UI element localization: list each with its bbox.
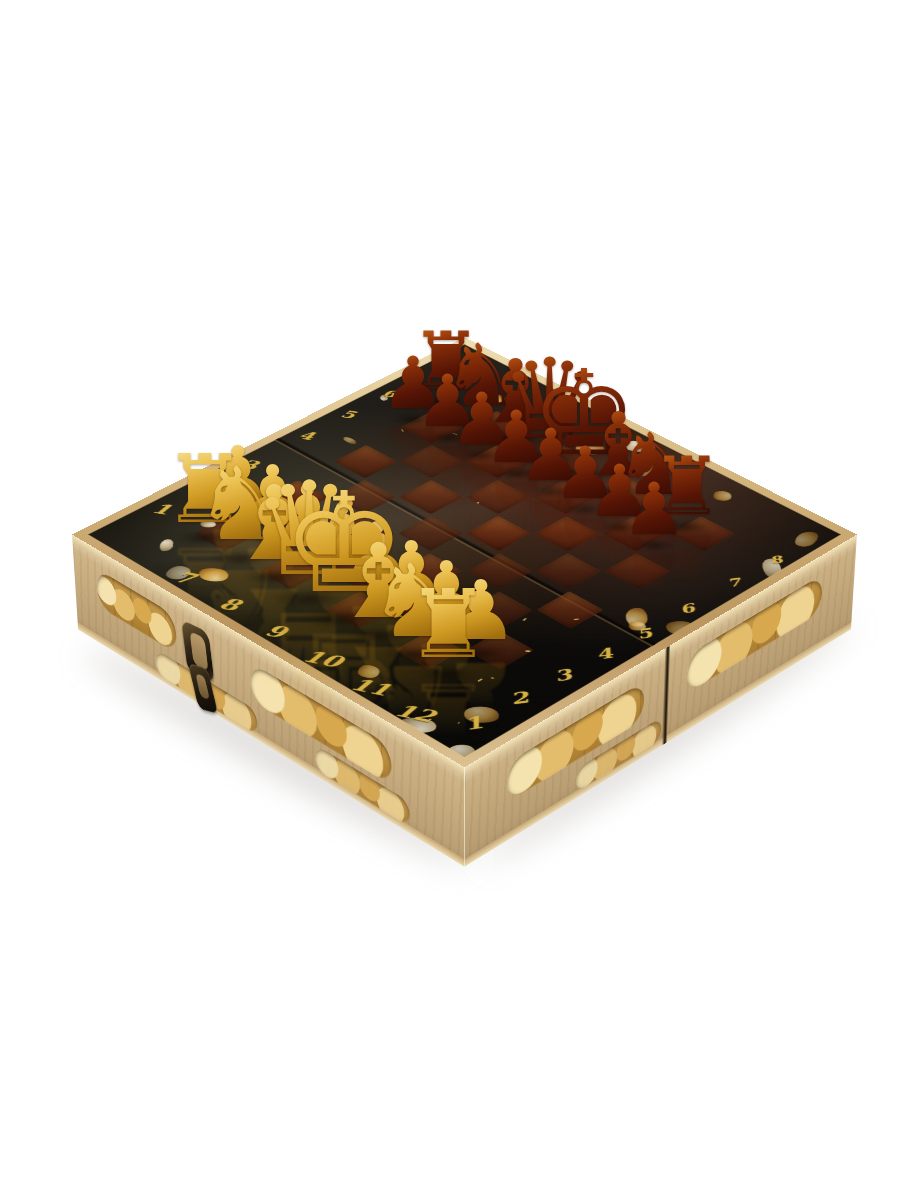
edge-number: 7 — [724, 576, 744, 590]
edge-number: 5 — [633, 626, 655, 642]
gold-fleck — [573, 619, 579, 621]
edge-number: 5 — [339, 408, 359, 421]
gold-fleck — [526, 650, 531, 652]
amber-inclusion-chip — [341, 436, 358, 446]
amber-inclusion-chip — [790, 529, 823, 549]
piece-reflection: ♜ — [406, 670, 491, 764]
product-photo-stage: 65432112345678789101112 — [0, 0, 900, 1200]
amber-inclusion-chip — [627, 621, 647, 632]
edge-number: 8 — [767, 553, 785, 566]
edge-number: 3 — [551, 666, 575, 685]
edge-number: 4 — [593, 645, 616, 662]
piece-glyph: ♜ — [406, 577, 491, 671]
edge-number: 4 — [296, 428, 317, 442]
gold-fleck — [522, 618, 527, 621]
latch-hook-opening — [195, 674, 210, 700]
piece-glyph: ♟ — [622, 473, 687, 545]
latch-hook-icon — [188, 663, 218, 714]
piece-reflection: ♟ — [622, 543, 687, 615]
amber-inclusion-chip — [761, 558, 782, 577]
